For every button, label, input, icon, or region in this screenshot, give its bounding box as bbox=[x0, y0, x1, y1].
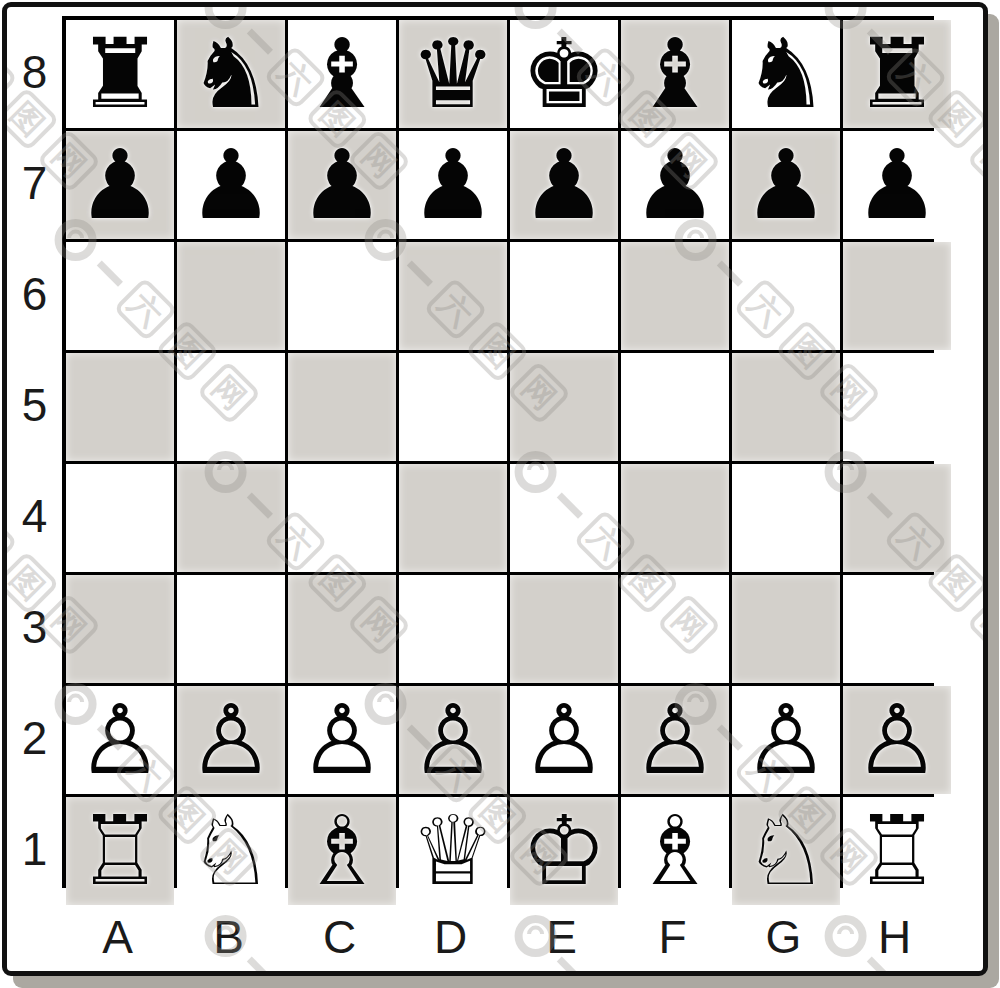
piece-white-rook[interactable]: ♖ bbox=[854, 803, 940, 899]
square-e4[interactable] bbox=[510, 464, 618, 572]
piece-black-knight[interactable]: ♞ bbox=[743, 26, 829, 122]
piece-black-pawn[interactable]: ♟ bbox=[521, 137, 607, 233]
square-c1[interactable]: ♗ bbox=[288, 797, 396, 905]
square-h7[interactable]: ♟ bbox=[843, 131, 951, 239]
rank-label-1: 1 bbox=[7, 793, 62, 904]
square-f8[interactable]: ♝ bbox=[621, 20, 729, 128]
rank-label-3: 3 bbox=[7, 571, 62, 682]
file-label-d: D bbox=[395, 911, 506, 963]
piece-black-pawn[interactable]: ♟ bbox=[410, 137, 496, 233]
rank-label-8: 8 bbox=[7, 16, 62, 127]
piece-black-pawn[interactable]: ♟ bbox=[854, 137, 940, 233]
square-c6[interactable] bbox=[288, 242, 396, 350]
piece-white-rook[interactable]: ♖ bbox=[77, 803, 163, 899]
square-b6[interactable] bbox=[177, 242, 285, 350]
piece-white-pawn[interactable]: ♙ bbox=[299, 692, 385, 788]
rank-label-5: 5 bbox=[7, 349, 62, 460]
square-e8[interactable]: ♚ bbox=[510, 20, 618, 128]
square-b7[interactable]: ♟ bbox=[177, 131, 285, 239]
square-h6[interactable] bbox=[843, 242, 951, 350]
piece-black-queen[interactable]: ♛ bbox=[410, 26, 496, 122]
piece-white-pawn[interactable]: ♙ bbox=[188, 692, 274, 788]
square-d6[interactable] bbox=[399, 242, 507, 350]
square-b2[interactable]: ♙ bbox=[177, 686, 285, 794]
piece-black-rook[interactable]: ♜ bbox=[77, 26, 163, 122]
piece-black-pawn[interactable]: ♟ bbox=[743, 137, 829, 233]
square-c3[interactable] bbox=[288, 575, 396, 683]
file-label-b: B bbox=[173, 911, 284, 963]
square-a6[interactable] bbox=[66, 242, 174, 350]
square-h8[interactable]: ♜ bbox=[843, 20, 951, 128]
square-f1[interactable]: ♗ bbox=[621, 797, 729, 905]
square-d5[interactable] bbox=[399, 353, 507, 461]
square-g1[interactable]: ♘ bbox=[732, 797, 840, 905]
file-label-c: C bbox=[284, 911, 395, 963]
square-e1[interactable]: ♔ bbox=[510, 797, 618, 905]
square-g6[interactable] bbox=[732, 242, 840, 350]
square-a7[interactable]: ♟ bbox=[66, 131, 174, 239]
rank-labels: 87654321 bbox=[7, 16, 62, 904]
board-frame: 87654321 ♜♞♝♛♚♝♞♜♟♟♟♟♟♟♟♟♙♙♙♙♙♙♙♙♖♘♗♕♔♗♘… bbox=[2, 2, 988, 976]
file-label-a: A bbox=[62, 911, 173, 963]
rank-label-6: 6 bbox=[7, 238, 62, 349]
piece-black-rook[interactable]: ♜ bbox=[854, 26, 940, 122]
piece-white-knight[interactable]: ♘ bbox=[743, 803, 829, 899]
piece-white-queen[interactable]: ♕ bbox=[410, 803, 496, 899]
piece-white-knight[interactable]: ♘ bbox=[188, 803, 274, 899]
square-a4[interactable] bbox=[66, 464, 174, 572]
square-e6[interactable] bbox=[510, 242, 618, 350]
file-label-f: F bbox=[617, 911, 728, 963]
watermark-character: 网 bbox=[967, 592, 983, 657]
piece-black-pawn[interactable]: ♟ bbox=[77, 137, 163, 233]
square-h5[interactable] bbox=[843, 353, 951, 461]
chess-board[interactable]: ♜♞♝♛♚♝♞♜♟♟♟♟♟♟♟♟♙♙♙♙♙♙♙♙♖♘♗♕♔♗♘♖ bbox=[62, 16, 934, 888]
square-e5[interactable] bbox=[510, 353, 618, 461]
square-h3[interactable] bbox=[843, 575, 951, 683]
square-c7[interactable]: ♟ bbox=[288, 131, 396, 239]
square-a1[interactable]: ♖ bbox=[66, 797, 174, 905]
square-e2[interactable]: ♙ bbox=[510, 686, 618, 794]
square-e3[interactable] bbox=[510, 575, 618, 683]
square-d8[interactable]: ♛ bbox=[399, 20, 507, 128]
piece-white-pawn[interactable]: ♙ bbox=[410, 692, 496, 788]
square-h2[interactable]: ♙ bbox=[843, 686, 951, 794]
piece-black-king[interactable]: ♚ bbox=[521, 26, 607, 122]
square-b5[interactable] bbox=[177, 353, 285, 461]
square-h4[interactable] bbox=[843, 464, 951, 572]
square-g2[interactable]: ♙ bbox=[732, 686, 840, 794]
watermark-logo-icon bbox=[976, 210, 983, 269]
square-d1[interactable]: ♕ bbox=[399, 797, 507, 905]
piece-white-pawn[interactable]: ♙ bbox=[632, 692, 718, 788]
piece-white-pawn[interactable]: ♙ bbox=[854, 692, 940, 788]
file-labels: ABCDEFGH bbox=[62, 911, 950, 963]
square-h1[interactable]: ♖ bbox=[843, 797, 951, 905]
square-g3[interactable] bbox=[732, 575, 840, 683]
square-f3[interactable] bbox=[621, 575, 729, 683]
square-d2[interactable]: ♙ bbox=[399, 686, 507, 794]
file-label-g: G bbox=[728, 911, 839, 963]
square-c2[interactable]: ♙ bbox=[288, 686, 396, 794]
square-a5[interactable] bbox=[66, 353, 174, 461]
piece-black-knight[interactable]: ♞ bbox=[188, 26, 274, 122]
piece-black-pawn[interactable]: ♟ bbox=[299, 137, 385, 233]
piece-white-pawn[interactable]: ♙ bbox=[77, 692, 163, 788]
piece-black-bishop[interactable]: ♝ bbox=[299, 26, 385, 122]
piece-white-pawn[interactable]: ♙ bbox=[521, 692, 607, 788]
square-a8[interactable]: ♜ bbox=[66, 20, 174, 128]
square-d7[interactable]: ♟ bbox=[399, 131, 507, 239]
piece-white-bishop[interactable]: ♗ bbox=[632, 803, 718, 899]
piece-white-bishop[interactable]: ♗ bbox=[299, 803, 385, 899]
square-d3[interactable] bbox=[399, 575, 507, 683]
square-f6[interactable] bbox=[621, 242, 729, 350]
square-b1[interactable]: ♘ bbox=[177, 797, 285, 905]
square-f2[interactable]: ♙ bbox=[621, 686, 729, 794]
square-g4[interactable] bbox=[732, 464, 840, 572]
square-f5[interactable] bbox=[621, 353, 729, 461]
square-b3[interactable] bbox=[177, 575, 285, 683]
piece-white-king[interactable]: ♔ bbox=[521, 803, 607, 899]
piece-black-bishop[interactable]: ♝ bbox=[632, 26, 718, 122]
square-c5[interactable] bbox=[288, 353, 396, 461]
watermark-character: 网 bbox=[967, 128, 983, 193]
square-f7[interactable]: ♟ bbox=[621, 131, 729, 239]
square-g7[interactable]: ♟ bbox=[732, 131, 840, 239]
rank-label-7: 7 bbox=[7, 127, 62, 238]
watermark-logo-icon bbox=[976, 674, 983, 733]
square-a2[interactable]: ♙ bbox=[66, 686, 174, 794]
rank-label-2: 2 bbox=[7, 682, 62, 793]
piece-black-pawn[interactable]: ♟ bbox=[632, 137, 718, 233]
piece-black-pawn[interactable]: ♟ bbox=[188, 137, 274, 233]
square-b8[interactable]: ♞ bbox=[177, 20, 285, 128]
square-f4[interactable] bbox=[621, 464, 729, 572]
rank-label-4: 4 bbox=[7, 460, 62, 571]
square-d4[interactable] bbox=[399, 464, 507, 572]
square-g5[interactable] bbox=[732, 353, 840, 461]
piece-white-pawn[interactable]: ♙ bbox=[743, 692, 829, 788]
square-g8[interactable]: ♞ bbox=[732, 20, 840, 128]
watermark-tile: 六图网 bbox=[975, 673, 983, 889]
file-label-h: H bbox=[839, 911, 950, 963]
square-c4[interactable] bbox=[288, 464, 396, 572]
square-a3[interactable] bbox=[66, 575, 174, 683]
square-c8[interactable]: ♝ bbox=[288, 20, 396, 128]
square-e7[interactable]: ♟ bbox=[510, 131, 618, 239]
square-b4[interactable] bbox=[177, 464, 285, 572]
watermark-tile: 六图网 bbox=[975, 209, 983, 425]
file-label-e: E bbox=[506, 911, 617, 963]
